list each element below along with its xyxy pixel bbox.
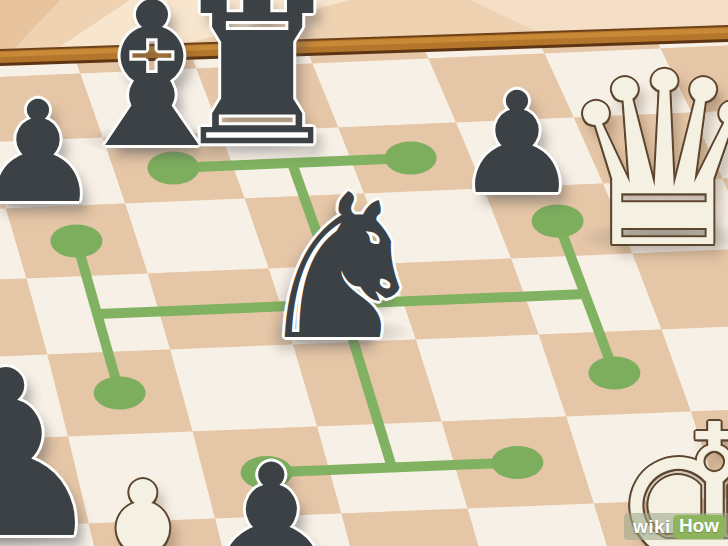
white-queen-h5: ♛	[544, 41, 728, 281]
white-queen-glyph: ♛	[544, 41, 728, 281]
black-knight-e4: ♞	[242, 168, 442, 368]
watermark-how-badge: How	[673, 515, 725, 539]
black-rook-glyph: ♜	[157, 0, 357, 174]
knight-move-dot	[491, 446, 543, 479]
watermark-wiki-text: wiki	[633, 516, 671, 538]
black-knight-glyph: ♞	[242, 168, 442, 368]
wikihow-watermark: wiki How	[624, 513, 728, 540]
black-pawn-d1: ♟	[189, 443, 354, 546]
black-rook-e7: ♜	[157, 0, 357, 174]
black-pawn-glyph: ♟	[189, 443, 354, 546]
chess-illustration: ♟ ♝ ♜ ♟ ♛ ♞ ♟ ♟ ♟ ♚ wiki How	[0, 0, 728, 546]
